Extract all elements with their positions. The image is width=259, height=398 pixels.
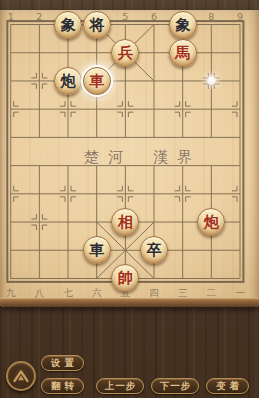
piece-red-soldier[interactable]: 兵 [111, 39, 139, 67]
bottom-file-label: 二 [201, 287, 221, 298]
piece-black-elephant[interactable]: 象 [169, 11, 197, 39]
river-label-right: 漢界 [153, 148, 201, 167]
bottom-file-label: 九 [1, 287, 21, 298]
variation-button[interactable]: 变着 [206, 378, 249, 394]
piece-black-cannon[interactable]: 炮 [54, 67, 82, 95]
piece-black-general[interactable]: 将 [83, 11, 111, 39]
chevron-up-icon [9, 364, 33, 388]
bottom-file-label: 六 [87, 287, 107, 298]
top-file-label: 8 [201, 11, 221, 22]
bottom-file-label: 八 [29, 287, 49, 298]
bottom-file-label: 四 [144, 287, 164, 298]
settings-button[interactable]: 设置 [41, 355, 84, 371]
piece-black-elephant[interactable]: 象 [54, 11, 82, 39]
river-label-left: 楚河 [84, 148, 132, 167]
top-file-label: 5 [115, 11, 135, 22]
piece-red-cannon[interactable]: 炮 [197, 208, 225, 236]
piece-red-general[interactable]: 帥 [111, 264, 139, 292]
top-file-label: 1 [1, 11, 21, 22]
flip-board-button[interactable]: 翻转 [41, 378, 84, 394]
bottom-file-label: 三 [173, 287, 193, 298]
expand-menu-button[interactable] [6, 361, 36, 391]
top-file-label: 9 [230, 11, 250, 22]
previous-move-button[interactable]: 上一步 [96, 378, 144, 394]
bottom-file-label: 一 [230, 287, 250, 298]
board-bottom-bevel [0, 298, 259, 307]
xiangqi-board[interactable]: 123456789 九八七六五四三二一 楚河 漢界 象将象兵馬炮車相炮車卒帥 [0, 10, 259, 307]
piece-red-horse[interactable]: 馬 [169, 39, 197, 67]
piece-red-elephant[interactable]: 相 [111, 208, 139, 236]
top-file-label: 2 [29, 11, 49, 22]
piece-red-chariot[interactable]: 車 [83, 67, 111, 95]
bottom-file-label: 七 [58, 287, 78, 298]
piece-black-soldier[interactable]: 卒 [140, 236, 168, 264]
piece-black-chariot[interactable]: 車 [83, 236, 111, 264]
next-move-button[interactable]: 下一步 [151, 378, 199, 394]
top-file-label: 6 [144, 11, 164, 22]
